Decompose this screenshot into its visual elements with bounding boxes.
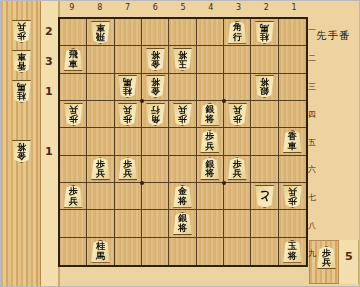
- square-1-三[interactable]: [279, 74, 306, 101]
- piece-knight-gote[interactable]: 桂馬: [254, 21, 275, 44]
- square-3-五[interactable]: [224, 128, 251, 155]
- gote-stand-item[interactable]: 香車3: [11, 50, 32, 73]
- square-1-一[interactable]: [279, 19, 306, 46]
- square-7-四[interactable]: 歩兵: [115, 101, 142, 128]
- square-9-九[interactable]: [60, 238, 87, 265]
- piece-lance-gote[interactable]: 香車: [11, 50, 32, 73]
- square-4-五[interactable]: 歩兵: [197, 128, 224, 155]
- square-8-三[interactable]: [87, 74, 114, 101]
- piece-pawn-sente[interactable]: 歩兵: [227, 157, 248, 180]
- captured-count: 3: [45, 55, 53, 68]
- piece-pawn-sente[interactable]: 歩兵: [63, 185, 84, 208]
- square-9-一[interactable]: [60, 19, 87, 46]
- square-3-四[interactable]: 歩兵: [224, 101, 251, 128]
- shogi-board: 飛車角行桂馬飛車金将玉将桂馬金将銀将歩兵歩兵角行歩兵銀将歩兵歩兵香車歩兵歩兵銀将…: [58, 17, 308, 267]
- square-2-三[interactable]: 銀将: [251, 74, 278, 101]
- square-4-四[interactable]: 銀将: [197, 101, 224, 128]
- square-9-三[interactable]: [60, 74, 87, 101]
- column-labels: 987654321: [58, 3, 308, 15]
- square-1-六[interactable]: [279, 156, 306, 183]
- piece-pawn-gote[interactable]: 歩兵: [282, 185, 303, 208]
- piece-king-gote[interactable]: 玉将: [172, 48, 193, 71]
- square-6-五[interactable]: [142, 128, 169, 155]
- piece-bishop-gote[interactable]: 角行: [145, 103, 166, 126]
- square-2-一[interactable]: 桂馬: [251, 19, 278, 46]
- piece-knight-gote[interactable]: 桂馬: [11, 80, 32, 103]
- column-label: 6: [141, 3, 169, 15]
- square-7-三[interactable]: 桂馬: [115, 74, 142, 101]
- square-3-三[interactable]: [224, 74, 251, 101]
- square-1-四[interactable]: [279, 101, 306, 128]
- square-4-三[interactable]: [197, 74, 224, 101]
- square-8-七[interactable]: [87, 183, 114, 210]
- square-9-二[interactable]: 飛車: [60, 46, 87, 73]
- square-2-七[interactable]: と: [251, 183, 278, 210]
- square-1-九[interactable]: 玉将: [279, 238, 306, 265]
- turn-indicator: 先手番: [316, 29, 351, 43]
- captured-count: 1: [45, 85, 53, 98]
- piece-pawn-gote[interactable]: 歩兵: [11, 20, 32, 43]
- square-7-六[interactable]: 歩兵: [115, 156, 142, 183]
- square-4-二[interactable]: [197, 46, 224, 73]
- square-4-七[interactable]: [197, 183, 224, 210]
- square-2-六[interactable]: [251, 156, 278, 183]
- column-label: 3: [225, 3, 253, 15]
- column-label: 2: [252, 3, 280, 15]
- square-8-一[interactable]: 飛車: [87, 19, 114, 46]
- piece-pawn-sente[interactable]: 歩兵: [117, 157, 138, 180]
- piece-king-sente[interactable]: 玉将: [282, 240, 303, 263]
- square-4-九[interactable]: [197, 238, 224, 265]
- square-7-五[interactable]: [115, 128, 142, 155]
- piece-gold-gote[interactable]: 金将: [145, 75, 166, 98]
- gote-stand-item[interactable]: 金将1: [11, 140, 32, 163]
- square-7-一[interactable]: [115, 19, 142, 46]
- square-3-一[interactable]: 角行: [224, 19, 251, 46]
- piece-rook-gote[interactable]: 飛車: [90, 21, 111, 44]
- square-9-四[interactable]: 歩兵: [60, 101, 87, 128]
- gote-stand-item[interactable]: 桂馬1: [11, 80, 32, 103]
- square-6-六[interactable]: [142, 156, 169, 183]
- square-5-一[interactable]: [169, 19, 196, 46]
- piece-pawn-gote[interactable]: 歩兵: [63, 103, 84, 126]
- square-2-四[interactable]: [251, 101, 278, 128]
- sente-stand-item[interactable]: 歩兵5: [316, 246, 337, 269]
- square-8-四[interactable]: [87, 101, 114, 128]
- square-2-八[interactable]: [251, 210, 278, 237]
- square-1-二[interactable]: [279, 46, 306, 73]
- square-3-九[interactable]: [224, 238, 251, 265]
- piece-gold-gote[interactable]: 金将: [11, 140, 32, 163]
- square-6-三[interactable]: 金将: [142, 74, 169, 101]
- column-label: 4: [197, 3, 225, 15]
- square-4-八[interactable]: [197, 210, 224, 237]
- gote-stand-item[interactable]: 歩兵2: [11, 20, 32, 43]
- captured-count: 2: [45, 25, 53, 38]
- square-5-三[interactable]: [169, 74, 196, 101]
- square-8-九[interactable]: 桂馬: [87, 238, 114, 265]
- piece-pawn-gote[interactable]: 歩兵: [117, 103, 138, 126]
- square-9-七[interactable]: 歩兵: [60, 183, 87, 210]
- square-5-五[interactable]: [169, 128, 196, 155]
- square-9-六[interactable]: [60, 156, 87, 183]
- square-6-四[interactable]: 角行: [142, 101, 169, 128]
- column-label: 9: [58, 3, 86, 15]
- square-2-二[interactable]: [251, 46, 278, 73]
- square-9-八[interactable]: [60, 210, 87, 237]
- square-8-二[interactable]: [87, 46, 114, 73]
- square-3-六[interactable]: 歩兵: [224, 156, 251, 183]
- piece-pawn-sente[interactable]: 歩兵: [199, 130, 220, 153]
- square-8-六[interactable]: 歩兵: [87, 156, 114, 183]
- square-9-五[interactable]: [60, 128, 87, 155]
- square-3-二[interactable]: [224, 46, 251, 73]
- piece-lance-sente[interactable]: 香車: [282, 130, 303, 153]
- column-label: 7: [114, 3, 142, 15]
- piece-pawn-gote[interactable]: 歩兵: [172, 103, 193, 126]
- column-label: 1: [280, 3, 308, 15]
- piece-rook-sente[interactable]: 飛車: [63, 48, 84, 71]
- square-1-八[interactable]: [279, 210, 306, 237]
- column-label: 8: [86, 3, 114, 15]
- square-8-五[interactable]: [87, 128, 114, 155]
- square-8-八[interactable]: [87, 210, 114, 237]
- piece-knight-gote[interactable]: 桂馬: [117, 75, 138, 98]
- piece-bishop-sente[interactable]: 角行: [227, 21, 248, 44]
- square-7-八[interactable]: [115, 210, 142, 237]
- square-5-八[interactable]: 銀将: [169, 210, 196, 237]
- piece-gold-sente[interactable]: 金将: [172, 185, 193, 208]
- piece-knight-sente[interactable]: 桂馬: [90, 240, 111, 263]
- square-1-五[interactable]: 香車: [279, 128, 306, 155]
- piece-silver-sente[interactable]: 銀将: [199, 103, 220, 126]
- square-3-七[interactable]: [224, 183, 251, 210]
- square-7-九[interactable]: [115, 238, 142, 265]
- piece-tokin-gote[interactable]: と: [254, 185, 275, 208]
- piece-pawn-sente[interactable]: 歩兵: [316, 246, 337, 269]
- piece-silver-gote[interactable]: 銀将: [254, 75, 275, 98]
- square-5-九[interactable]: [169, 238, 196, 265]
- shogi-app: 987654321 一二三四五六七八九 飛車角行桂馬飛車金将玉将桂馬金将銀将歩兵…: [0, 0, 360, 287]
- piece-silver-sente[interactable]: 銀将: [172, 212, 193, 235]
- piece-gold-gote[interactable]: 金将: [145, 48, 166, 71]
- square-5-二[interactable]: 玉将: [169, 46, 196, 73]
- piece-pawn-sente[interactable]: 歩兵: [90, 157, 111, 180]
- square-6-七[interactable]: [142, 183, 169, 210]
- square-5-六[interactable]: [169, 156, 196, 183]
- square-4-一[interactable]: [197, 19, 224, 46]
- square-6-八[interactable]: [142, 210, 169, 237]
- square-4-六[interactable]: 銀将: [197, 156, 224, 183]
- square-1-七[interactable]: 歩兵: [279, 183, 306, 210]
- square-6-二[interactable]: 金将: [142, 46, 169, 73]
- column-label: 5: [169, 3, 197, 15]
- piece-pawn-gote[interactable]: 歩兵: [227, 103, 248, 126]
- captured-count: 1: [45, 145, 53, 158]
- square-6-一[interactable]: [142, 19, 169, 46]
- square-2-五[interactable]: [251, 128, 278, 155]
- square-3-八[interactable]: [224, 210, 251, 237]
- square-7-七[interactable]: [115, 183, 142, 210]
- square-5-七[interactable]: 金将: [169, 183, 196, 210]
- piece-silver-sente[interactable]: 銀将: [199, 157, 220, 180]
- square-7-二[interactable]: [115, 46, 142, 73]
- square-5-四[interactable]: 歩兵: [169, 101, 196, 128]
- square-6-九[interactable]: [142, 238, 169, 265]
- captured-count: 5: [345, 250, 353, 263]
- square-2-九[interactable]: [251, 238, 278, 265]
